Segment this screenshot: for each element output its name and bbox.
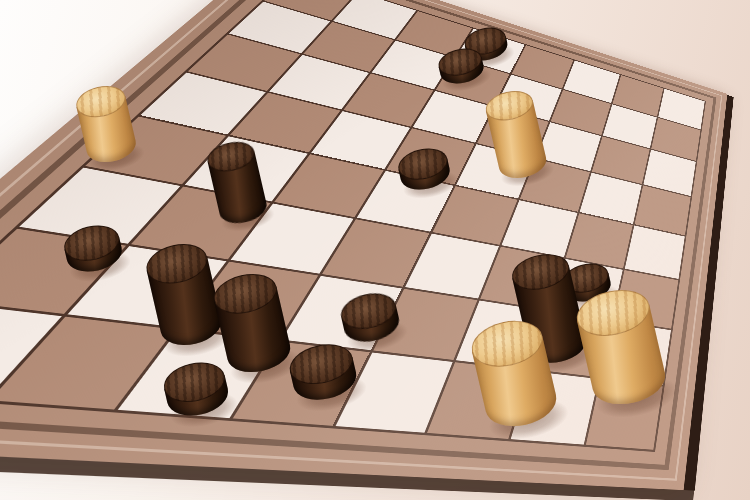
board-photo-scene xyxy=(0,0,750,500)
square-h5[interactable] xyxy=(625,225,685,279)
